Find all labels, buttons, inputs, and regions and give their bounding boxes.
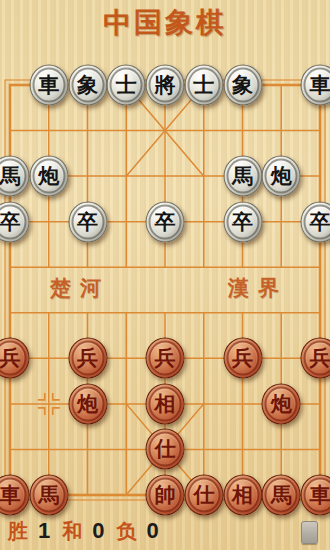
piece-glyph: 車 [310, 485, 330, 506]
piece-glyph: 仕 [193, 485, 214, 506]
piece-glyph: 仕 [155, 439, 176, 460]
piece-black-炮-f1r2[interactable]: 炮 [29, 156, 68, 197]
wins-label: 胜 [8, 518, 28, 545]
piece-glyph: 馬 [271, 485, 292, 506]
piece-red-仕-f4r8[interactable]: 仕 [146, 429, 185, 470]
piece-black-士-f5r0[interactable]: 士 [184, 65, 223, 106]
wins-count: 1 [38, 518, 50, 544]
piece-red-兵-f2r6[interactable]: 兵 [68, 338, 107, 379]
piece-glyph: 馬 [38, 485, 59, 506]
losses-label: 负 [117, 518, 137, 545]
draws-label: 和 [62, 518, 82, 545]
river-label-han-jie: 漢界 [228, 274, 288, 302]
piece-glyph: 士 [193, 75, 214, 96]
piece-glyph: 相 [155, 393, 176, 414]
piece-black-車-f1r0[interactable]: 車 [29, 65, 68, 106]
piece-glyph: 兵 [155, 348, 176, 369]
piece-red-兵-f4r6[interactable]: 兵 [146, 338, 185, 379]
piece-black-卒-f6r3[interactable]: 卒 [223, 201, 262, 242]
river-label-chu-he: 楚河 [50, 274, 110, 302]
piece-glyph: 車 [0, 485, 21, 506]
piece-glyph: 兵 [77, 348, 98, 369]
piece-red-馬-f7r9[interactable]: 馬 [262, 475, 301, 516]
piece-red-相-f4r7[interactable]: 相 [146, 383, 185, 424]
piece-glyph: 兵 [310, 348, 330, 369]
piece-glyph: 卒 [232, 211, 253, 232]
losses-count: 0 [147, 518, 159, 544]
piece-glyph: 兵 [232, 348, 253, 369]
xiangqi-board[interactable]: 楚河 漢界 車象士將士象車馬炮馬炮卒卒卒卒卒兵兵兵兵兵炮相炮仕車馬帥仕相馬車 [0, 0, 330, 550]
piece-glyph: 象 [232, 75, 253, 96]
piece-glyph: 車 [38, 75, 59, 96]
piece-black-將-f4r0[interactable]: 將 [146, 65, 185, 106]
piece-glyph: 卒 [77, 211, 98, 232]
piece-glyph: 兵 [0, 348, 21, 369]
piece-red-仕-f5r9[interactable]: 仕 [184, 475, 223, 516]
piece-red-馬-f1r9[interactable]: 馬 [29, 475, 68, 516]
piece-black-馬-f6r2[interactable]: 馬 [223, 156, 262, 197]
piece-glyph: 卒 [0, 211, 21, 232]
piece-glyph: 馬 [0, 166, 21, 187]
status-bar: 胜 1 和 0 负 0 [0, 512, 330, 550]
piece-black-炮-f7r2[interactable]: 炮 [262, 156, 301, 197]
piece-glyph: 炮 [38, 166, 59, 187]
side-menu-button[interactable] [301, 521, 318, 544]
piece-glyph: 卒 [155, 211, 176, 232]
piece-red-帥-f4r9[interactable]: 帥 [146, 475, 185, 516]
piece-black-象-f2r0[interactable]: 象 [68, 65, 107, 106]
piece-glyph: 車 [310, 75, 330, 96]
piece-glyph: 象 [77, 75, 98, 96]
piece-glyph: 士 [116, 75, 137, 96]
piece-red-炮-f7r7[interactable]: 炮 [262, 383, 301, 424]
piece-red-炮-f2r7[interactable]: 炮 [68, 383, 107, 424]
piece-glyph: 卒 [310, 211, 330, 232]
piece-glyph: 帥 [155, 485, 176, 506]
piece-glyph: 炮 [271, 393, 292, 414]
draws-count: 0 [92, 518, 104, 544]
piece-black-卒-f4r3[interactable]: 卒 [146, 201, 185, 242]
piece-red-兵-f6r6[interactable]: 兵 [223, 338, 262, 379]
piece-glyph: 炮 [77, 393, 98, 414]
piece-red-相-f6r9[interactable]: 相 [223, 475, 262, 516]
piece-black-士-f3r0[interactable]: 士 [107, 65, 146, 106]
piece-black-卒-f2r3[interactable]: 卒 [68, 201, 107, 242]
piece-glyph: 相 [232, 485, 253, 506]
piece-glyph: 馬 [232, 166, 253, 187]
piece-glyph: 將 [155, 75, 176, 96]
piece-black-象-f6r0[interactable]: 象 [223, 65, 262, 106]
piece-glyph: 炮 [271, 166, 292, 187]
app-screen: 中国象棋 楚河 漢界 車象士將士象車馬炮馬炮卒卒卒卒卒兵兵兵兵兵炮相炮仕車馬帥仕… [0, 0, 330, 550]
